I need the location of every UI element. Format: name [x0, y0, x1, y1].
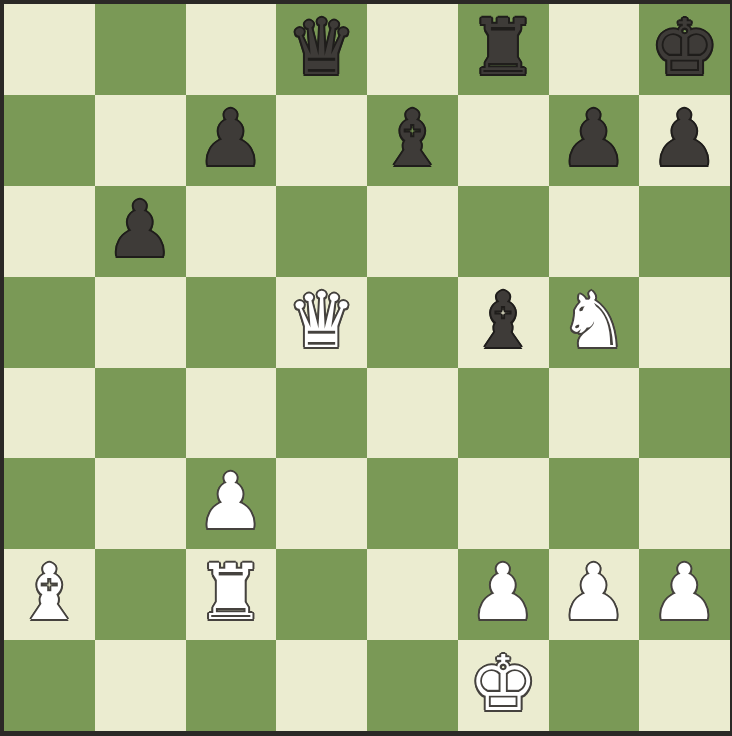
piece-black-pawn[interactable]: ♟ — [106, 191, 175, 268]
piece-white-bishop[interactable]: ♝ — [15, 554, 84, 631]
square-d2[interactable] — [276, 549, 367, 640]
square-b5[interactable] — [95, 277, 186, 368]
square-f6[interactable] — [458, 186, 549, 277]
square-a8[interactable] — [4, 4, 95, 95]
piece-black-queen[interactable]: ♛ — [287, 9, 356, 86]
square-h4[interactable] — [639, 368, 730, 459]
square-h3[interactable] — [639, 458, 730, 549]
square-h7[interactable]: ♟ — [639, 95, 730, 186]
square-f1[interactable]: ♚ — [458, 640, 549, 731]
square-f2[interactable]: ♟ — [458, 549, 549, 640]
square-e1[interactable] — [367, 640, 458, 731]
square-f8[interactable]: ♜ — [458, 4, 549, 95]
square-d4[interactable] — [276, 368, 367, 459]
square-h1[interactable] — [639, 640, 730, 731]
square-g3[interactable] — [549, 458, 640, 549]
square-b3[interactable] — [95, 458, 186, 549]
square-d5[interactable]: ♛ — [276, 277, 367, 368]
square-c1[interactable] — [186, 640, 277, 731]
square-d7[interactable] — [276, 95, 367, 186]
square-d3[interactable] — [276, 458, 367, 549]
square-g6[interactable] — [549, 186, 640, 277]
square-e7[interactable]: ♝ — [367, 95, 458, 186]
piece-white-knight[interactable]: ♞ — [559, 282, 628, 359]
piece-white-queen[interactable]: ♛ — [287, 282, 356, 359]
square-a6[interactable] — [4, 186, 95, 277]
piece-white-pawn[interactable]: ♟ — [469, 554, 538, 631]
piece-black-pawn[interactable]: ♟ — [650, 100, 719, 177]
square-d8[interactable]: ♛ — [276, 4, 367, 95]
square-c3[interactable]: ♟ — [186, 458, 277, 549]
piece-white-pawn[interactable]: ♟ — [196, 463, 265, 540]
square-a7[interactable] — [4, 95, 95, 186]
piece-white-rook[interactable]: ♜ — [196, 554, 265, 631]
piece-white-pawn[interactable]: ♟ — [559, 554, 628, 631]
square-a4[interactable] — [4, 368, 95, 459]
square-c2[interactable]: ♜ — [186, 549, 277, 640]
square-c8[interactable] — [186, 4, 277, 95]
square-b8[interactable] — [95, 4, 186, 95]
square-f4[interactable] — [458, 368, 549, 459]
square-c6[interactable] — [186, 186, 277, 277]
square-h8[interactable]: ♚ — [639, 4, 730, 95]
square-e4[interactable] — [367, 368, 458, 459]
piece-white-pawn[interactable]: ♟ — [650, 554, 719, 631]
piece-black-pawn[interactable]: ♟ — [196, 100, 265, 177]
square-g4[interactable] — [549, 368, 640, 459]
square-e5[interactable] — [367, 277, 458, 368]
square-a5[interactable] — [4, 277, 95, 368]
square-e6[interactable] — [367, 186, 458, 277]
square-a1[interactable] — [4, 640, 95, 731]
square-h6[interactable] — [639, 186, 730, 277]
square-b4[interactable] — [95, 368, 186, 459]
square-e8[interactable] — [367, 4, 458, 95]
piece-white-king[interactable]: ♚ — [469, 645, 538, 722]
square-e2[interactable] — [367, 549, 458, 640]
piece-black-rook[interactable]: ♜ — [469, 9, 538, 86]
piece-black-bishop[interactable]: ♝ — [378, 100, 447, 177]
square-g2[interactable]: ♟ — [549, 549, 640, 640]
square-e3[interactable] — [367, 458, 458, 549]
square-g8[interactable] — [549, 4, 640, 95]
square-d1[interactable] — [276, 640, 367, 731]
square-h2[interactable]: ♟ — [639, 549, 730, 640]
square-c7[interactable]: ♟ — [186, 95, 277, 186]
square-c5[interactable] — [186, 277, 277, 368]
square-h5[interactable] — [639, 277, 730, 368]
piece-black-king[interactable]: ♚ — [650, 9, 719, 86]
square-f5[interactable]: ♝ — [458, 277, 549, 368]
piece-black-pawn[interactable]: ♟ — [559, 100, 628, 177]
square-b1[interactable] — [95, 640, 186, 731]
square-a2[interactable]: ♝ — [4, 549, 95, 640]
square-b7[interactable] — [95, 95, 186, 186]
square-b2[interactable] — [95, 549, 186, 640]
square-g7[interactable]: ♟ — [549, 95, 640, 186]
chess-board: ♛♜♚♟♝♟♟♟♛♝♞♟♝♜♟♟♟♚ — [4, 4, 730, 731]
square-c4[interactable] — [186, 368, 277, 459]
square-a3[interactable] — [4, 458, 95, 549]
square-b6[interactable]: ♟ — [95, 186, 186, 277]
square-d6[interactable] — [276, 186, 367, 277]
chess-board-frame: ♛♜♚♟♝♟♟♟♛♝♞♟♝♜♟♟♟♚ — [0, 0, 732, 736]
piece-black-bishop[interactable]: ♝ — [469, 282, 538, 359]
square-g5[interactable]: ♞ — [549, 277, 640, 368]
square-f3[interactable] — [458, 458, 549, 549]
square-f7[interactable] — [458, 95, 549, 186]
square-g1[interactable] — [549, 640, 640, 731]
